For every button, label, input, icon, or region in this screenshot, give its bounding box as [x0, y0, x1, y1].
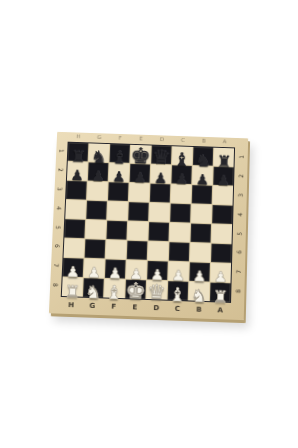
white-bishop-piece: ♝ — [169, 286, 187, 303]
coordinate-label: 8 — [46, 280, 66, 290]
coordinate-label: G — [81, 302, 103, 313]
coordinate-label: E — [124, 303, 146, 314]
coordinate-label: D — [151, 136, 172, 144]
square-e4[interactable] — [128, 202, 149, 221]
square-b5[interactable] — [191, 224, 212, 243]
square-c4[interactable] — [170, 204, 191, 223]
square-c6[interactable] — [169, 242, 190, 261]
square-f2[interactable]: ♟ — [109, 163, 130, 182]
square-e2[interactable]: ♟ — [130, 164, 151, 183]
square-g3[interactable] — [87, 181, 108, 200]
square-d1[interactable]: ♛ — [151, 146, 171, 165]
square-b3[interactable] — [192, 185, 212, 204]
coordinate-label: 5 — [48, 222, 68, 231]
square-d8[interactable]: ♛ — [146, 280, 167, 299]
file-labels-bottom: HGFEDCBA — [60, 301, 231, 317]
coordinate-label: A — [214, 138, 235, 146]
coordinate-label: 7 — [228, 267, 248, 276]
white-knight-piece: ♞ — [191, 288, 208, 304]
coordinate-label: H — [60, 301, 82, 312]
coordinate-label: 1 — [52, 146, 72, 155]
coordinate-label: B — [188, 305, 210, 316]
coordinate-label: 2 — [231, 171, 251, 180]
square-d2[interactable]: ♟ — [150, 165, 170, 184]
square-e5[interactable] — [127, 221, 148, 240]
square-c1[interactable]: ♝ — [172, 146, 192, 165]
coordinate-label: A — [209, 306, 231, 317]
coordinate-label: 4 — [230, 210, 250, 219]
square-c2[interactable]: ♟ — [171, 165, 191, 184]
coordinate-label: 3 — [50, 184, 70, 193]
board-grid: ♜♞♝♚♛♝♞♜♟♟♟♟♟♟♟♟♟♟♟♟♟♟♟♟♜♞♝♚♛♝♞♜ — [61, 142, 235, 303]
coordinate-label: F — [110, 135, 131, 143]
square-b7[interactable]: ♟ — [189, 262, 210, 281]
square-f7[interactable]: ♟ — [105, 259, 126, 278]
coordinate-label: E — [130, 135, 151, 143]
chessboard: HGFEDCBA 12345678 12345678 ♜♞♝♚♛♝♞♜♟♟♟♟♟… — [49, 132, 248, 320]
square-d6[interactable] — [148, 241, 169, 260]
product-photo-background: HGFEDCBA 12345678 12345678 ♜♞♝♚♛♝♞♜♟♟♟♟♟… — [0, 0, 298, 448]
square-b6[interactable] — [190, 243, 211, 262]
square-f4[interactable] — [107, 201, 128, 220]
coordinate-label: B — [193, 137, 214, 145]
square-b4[interactable] — [191, 204, 212, 223]
coordinate-label: 1 — [231, 152, 251, 161]
rank-labels-right: 12345678 — [233, 148, 246, 302]
square-f8[interactable]: ♝ — [104, 279, 125, 298]
coordinate-label: H — [68, 133, 89, 141]
square-b2[interactable]: ♟ — [192, 166, 212, 185]
coordinate-label: 4 — [49, 203, 69, 212]
coordinate-label: 3 — [230, 190, 250, 199]
square-d5[interactable] — [148, 222, 169, 241]
board-wooden-frame: HGFEDCBA 12345678 12345678 ♜♞♝♚♛♝♞♜♟♟♟♟♟… — [49, 132, 248, 320]
white-rook-piece: ♜ — [64, 284, 80, 300]
square-e7[interactable]: ♟ — [126, 260, 147, 279]
square-f5[interactable] — [106, 221, 127, 240]
square-c7[interactable]: ♟ — [168, 262, 189, 281]
square-g2[interactable]: ♟ — [88, 162, 109, 181]
square-f1[interactable]: ♝ — [109, 144, 130, 163]
white-rook-piece: ♜ — [212, 289, 228, 305]
coordinate-label: F — [103, 302, 125, 313]
coordinate-label: D — [145, 304, 167, 315]
white-queen-piece: ♛ — [147, 283, 167, 302]
square-e1[interactable]: ♚ — [130, 145, 150, 164]
square-g5[interactable] — [85, 220, 106, 239]
coordinate-label: 2 — [51, 165, 71, 174]
square-b1[interactable]: ♞ — [193, 147, 213, 166]
square-e6[interactable] — [127, 241, 148, 260]
coordinate-label: 7 — [46, 261, 66, 270]
square-g6[interactable] — [85, 239, 106, 258]
square-d4[interactable] — [149, 203, 170, 222]
coordinate-label: G — [89, 134, 110, 142]
coordinate-label: 6 — [229, 248, 249, 257]
square-g4[interactable] — [86, 201, 107, 220]
square-e8[interactable]: ♚ — [125, 280, 146, 299]
coordinate-label: 5 — [229, 229, 249, 238]
square-c3[interactable] — [171, 184, 192, 203]
coordinate-label: 8 — [228, 287, 248, 297]
white-knight-piece: ♞ — [85, 284, 102, 300]
white-king-piece: ♚ — [125, 281, 146, 302]
square-f3[interactable] — [108, 182, 129, 201]
square-e3[interactable] — [129, 183, 150, 202]
square-c5[interactable] — [169, 223, 190, 242]
square-g7[interactable]: ♟ — [84, 259, 105, 278]
square-g8[interactable]: ♞ — [83, 278, 104, 297]
square-f6[interactable] — [106, 240, 127, 259]
coordinate-label: 6 — [47, 242, 67, 251]
square-b8[interactable]: ♞ — [189, 282, 210, 301]
square-d7[interactable]: ♟ — [147, 261, 168, 280]
square-d3[interactable] — [150, 184, 171, 203]
square-c8[interactable]: ♝ — [168, 281, 189, 300]
square-g1[interactable]: ♞ — [89, 143, 110, 162]
coordinate-label: C — [167, 305, 189, 316]
white-bishop-piece: ♝ — [105, 284, 123, 301]
coordinate-label: C — [172, 137, 193, 145]
